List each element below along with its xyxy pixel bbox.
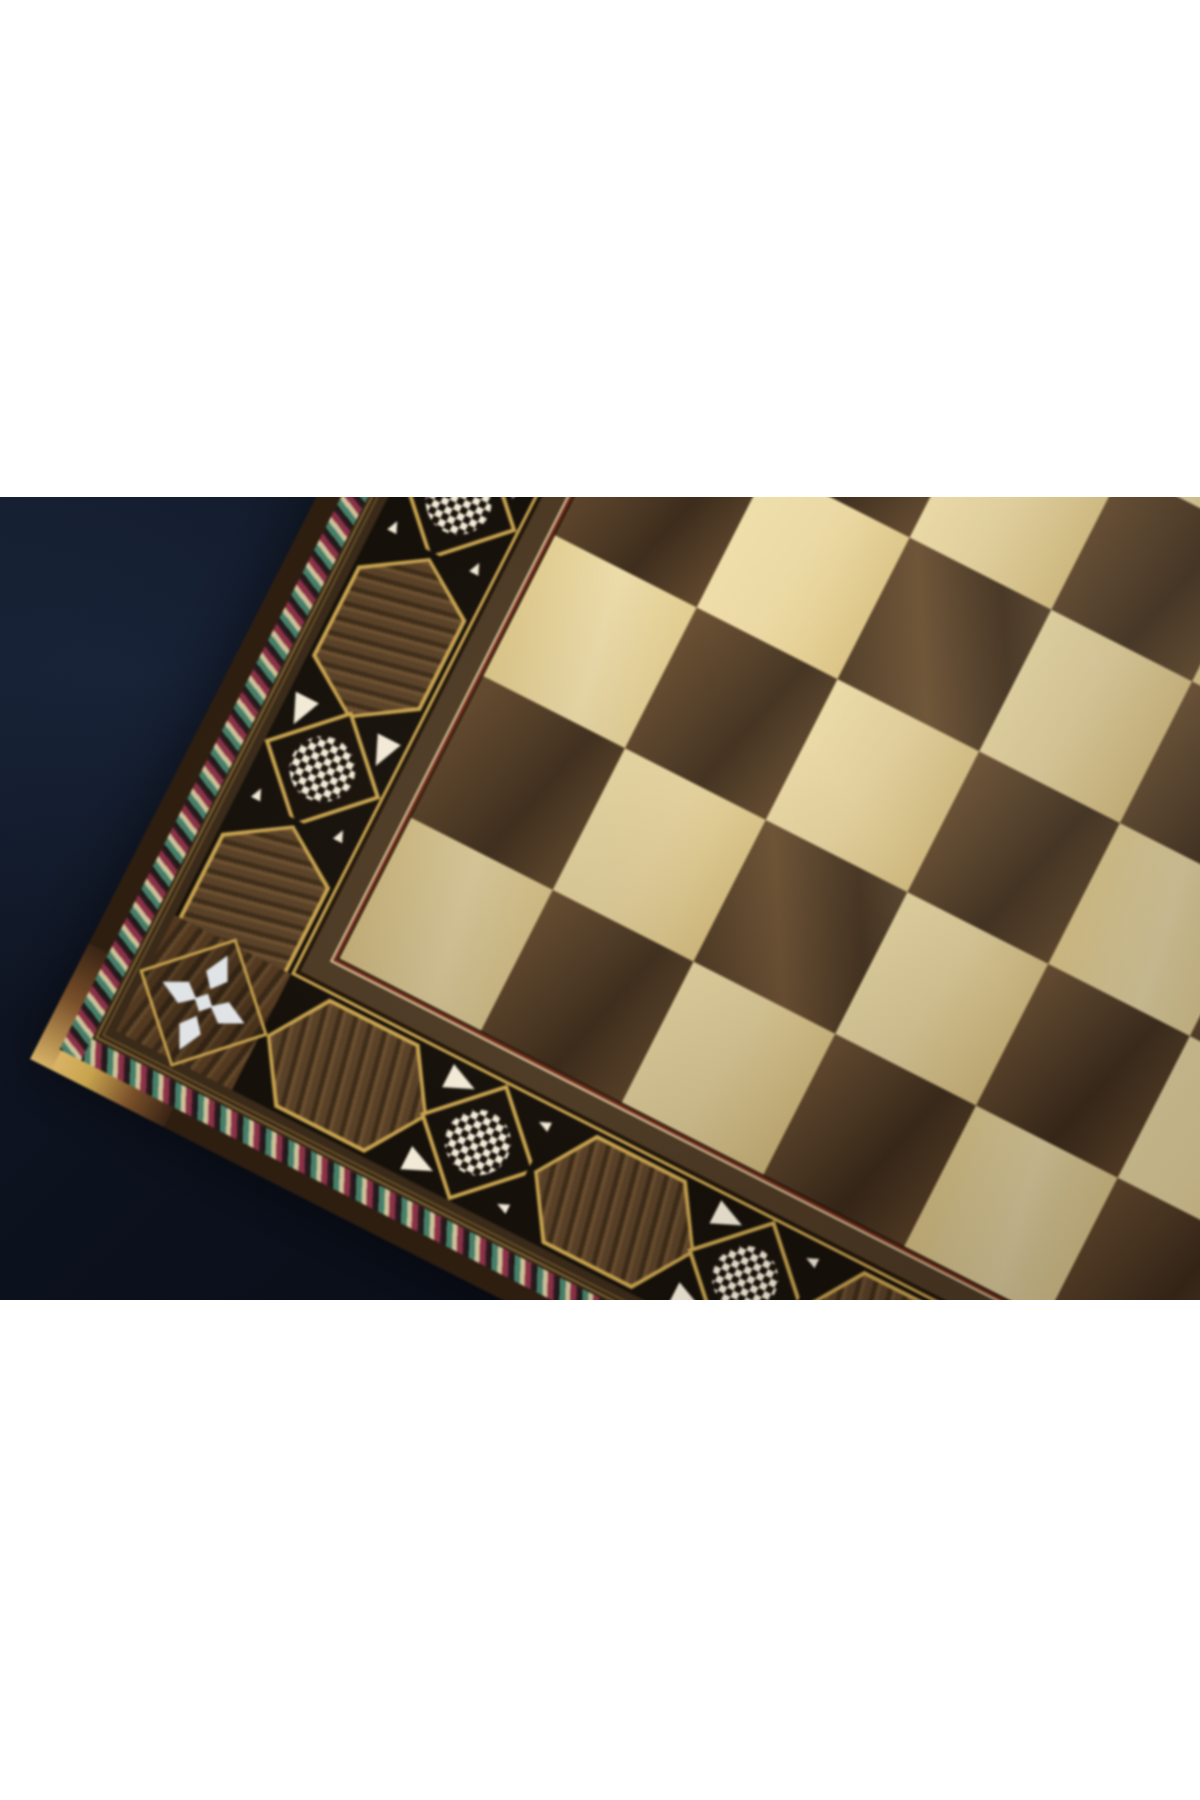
chessboard bbox=[30, 497, 1200, 1300]
mosaic-medallion bbox=[264, 711, 380, 827]
mosaic-medallion bbox=[420, 1084, 536, 1200]
chessboard-photo bbox=[0, 497, 1200, 1300]
mosaic-medallion bbox=[687, 1221, 803, 1300]
page bbox=[0, 0, 1200, 1800]
